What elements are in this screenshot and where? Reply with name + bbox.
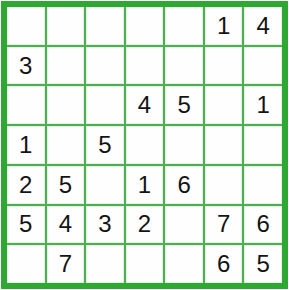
- grid-cell[interactable]: 5: [165, 86, 203, 124]
- grid-cell[interactable]: [47, 7, 85, 45]
- grid-cell[interactable]: 6: [205, 245, 243, 283]
- grid-cell[interactable]: [47, 126, 85, 164]
- grid-cell[interactable]: 5: [86, 126, 124, 164]
- grid-cell[interactable]: [205, 86, 243, 124]
- grid-cell[interactable]: [205, 166, 243, 204]
- grid-cell[interactable]: [86, 7, 124, 45]
- grid-cell[interactable]: 2: [7, 166, 45, 204]
- puzzle-board: 143451152516543276765: [1, 1, 288, 289]
- grid-cell[interactable]: [86, 166, 124, 204]
- grid-cell[interactable]: 3: [86, 206, 124, 244]
- grid-cell[interactable]: 4: [126, 86, 164, 124]
- grid-cell[interactable]: [7, 86, 45, 124]
- grid-cell[interactable]: [244, 47, 282, 85]
- grid-cell[interactable]: [165, 47, 203, 85]
- grid-cell[interactable]: [165, 206, 203, 244]
- grid-cell[interactable]: 1: [126, 166, 164, 204]
- grid-cell[interactable]: 6: [165, 166, 203, 204]
- grid-cell[interactable]: 1: [7, 126, 45, 164]
- grid-cell[interactable]: [205, 126, 243, 164]
- grid-cell[interactable]: [126, 47, 164, 85]
- grid-cell[interactable]: [165, 245, 203, 283]
- grid-cell[interactable]: [47, 86, 85, 124]
- grid-cell[interactable]: 3: [7, 47, 45, 85]
- grid-cell[interactable]: [244, 166, 282, 204]
- grid-cell[interactable]: [165, 126, 203, 164]
- grid-cell[interactable]: [7, 245, 45, 283]
- grid-cell[interactable]: 1: [205, 7, 243, 45]
- grid-cell[interactable]: [205, 47, 243, 85]
- grid-cell[interactable]: [244, 126, 282, 164]
- grid-cell[interactable]: [86, 245, 124, 283]
- grid-cell[interactable]: [126, 7, 164, 45]
- grid-cell[interactable]: 6: [244, 206, 282, 244]
- grid-cell[interactable]: [165, 7, 203, 45]
- grid-cell[interactable]: 5: [244, 245, 282, 283]
- grid-cell[interactable]: [86, 86, 124, 124]
- grid-cell[interactable]: 7: [205, 206, 243, 244]
- grid-cell[interactable]: 2: [126, 206, 164, 244]
- grid-cell[interactable]: 7: [47, 245, 85, 283]
- grid-cell[interactable]: 5: [47, 166, 85, 204]
- grid-cell[interactable]: [86, 47, 124, 85]
- grid-cell[interactable]: 1: [244, 86, 282, 124]
- grid-cell[interactable]: [47, 47, 85, 85]
- grid-cell[interactable]: [7, 7, 45, 45]
- grid-cell[interactable]: 4: [244, 7, 282, 45]
- grid-cell[interactable]: [126, 245, 164, 283]
- grid-cell[interactable]: 5: [7, 206, 45, 244]
- grid-cell[interactable]: [126, 126, 164, 164]
- grid-cell[interactable]: 4: [47, 206, 85, 244]
